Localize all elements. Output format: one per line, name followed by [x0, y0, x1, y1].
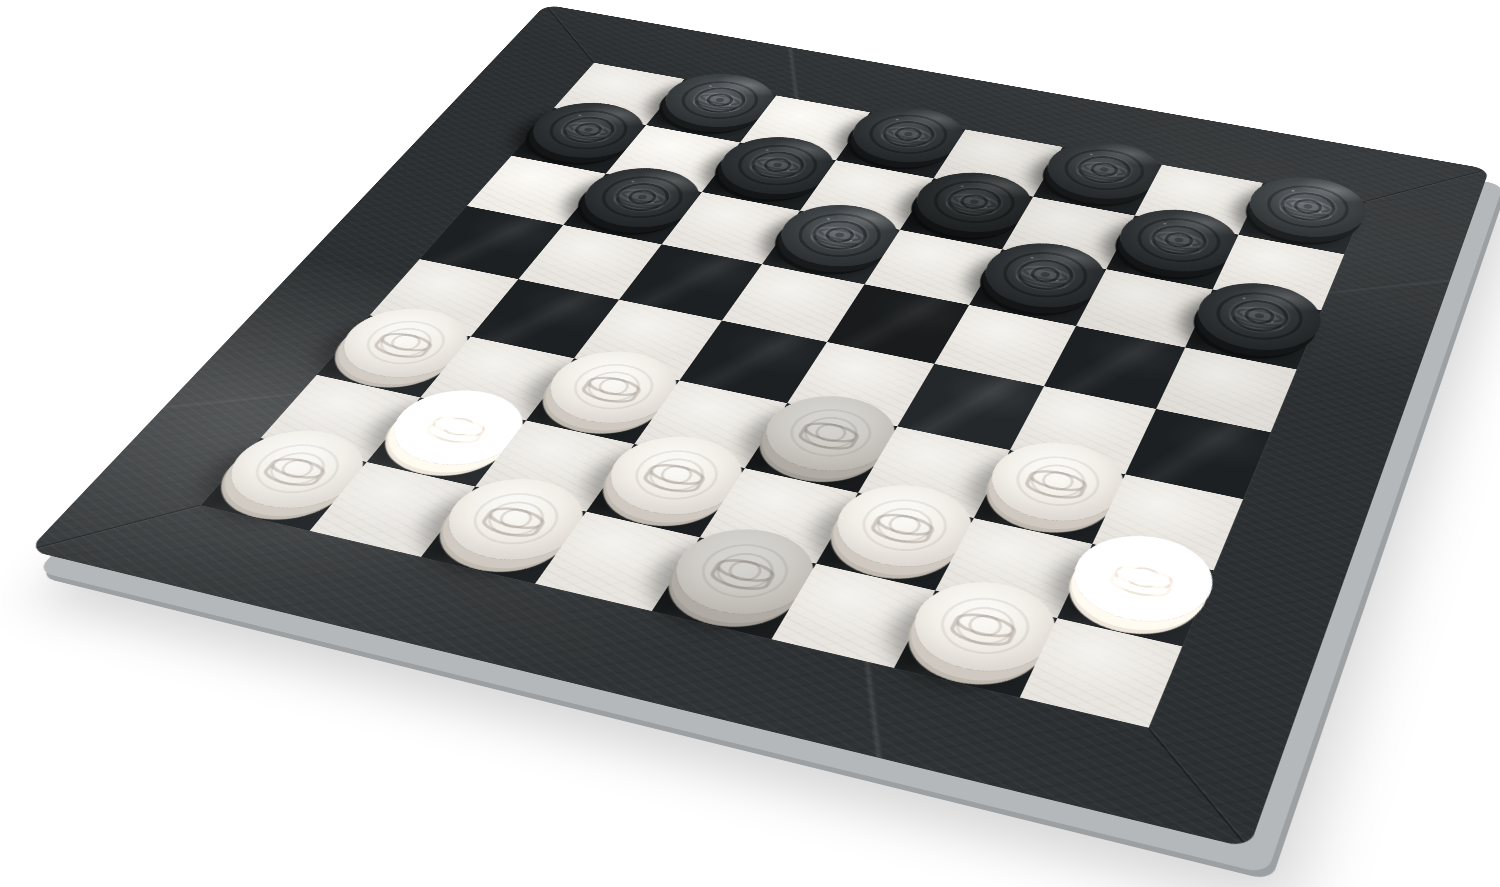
white-draughts-man-glyph: ⛀: [412, 400, 504, 455]
white-draughts-man-glyph: ⛀: [938, 593, 1031, 659]
black-draughts-man-glyph: ⛂: [1067, 149, 1140, 191]
checkers-board: ⛂⛂⛂⛂⛂⛂⛂⛂⛂⛂⛂⛂⛀⛀⛀⛀⛀⛀⛀⛀⛀⛀⛀⛀: [28, 5, 1489, 849]
white-draughts-man-glyph: ⛀: [698, 540, 792, 603]
white-draughts-man-glyph: ⛀: [1014, 452, 1100, 510]
black-checker-h8[interactable]: ⛂: [1239, 169, 1376, 245]
white-draughts-man-glyph: ⛀: [569, 360, 657, 413]
black-draughts-man-glyph: ⛂: [602, 175, 682, 219]
white-draughts-man-glyph: ⛀: [859, 495, 949, 555]
black-draughts-man-glyph: ⛂: [549, 110, 627, 151]
product-photo-background: ⛂⛂⛂⛂⛂⛂⛂⛂⛂⛂⛂⛂⛀⛀⛀⛀⛀⛀⛀⛀⛀⛀⛀⛀: [0, 0, 1500, 887]
white-draughts-man-glyph: ⛀: [787, 405, 874, 460]
black-draughts-man-glyph: ⛂: [1221, 291, 1298, 340]
white-draughts-man-glyph: ⛀: [361, 317, 450, 368]
black-draughts-man-glyph: ⛂: [871, 114, 945, 155]
board-grid: ⛂⛂⛂⛂⛂⛂⛂⛂⛂⛂⛂⛂⛀⛀⛀⛀⛀⛀⛀⛀⛀⛀⛀⛀: [201, 63, 1366, 728]
black-draughts-man-glyph: ⛂: [800, 213, 879, 259]
white-draughts-man-glyph: ⛀: [1099, 546, 1188, 609]
black-draughts-man-glyph: ⛂: [936, 180, 1012, 224]
white-draughts-man-glyph: ⛀: [468, 489, 563, 549]
black-draughts-man-glyph: ⛂: [739, 144, 816, 186]
black-draughts-man-glyph: ⛂: [1141, 217, 1216, 263]
black-draughts-man-glyph: ⛂: [682, 81, 757, 120]
black-draughts-man-glyph: ⛂: [1006, 251, 1084, 298]
white-draughts-man-glyph: ⛀: [631, 446, 722, 504]
black-draughts-man-glyph: ⛂: [1272, 185, 1344, 229]
white-draughts-man-glyph: ⛀: [249, 440, 345, 497]
